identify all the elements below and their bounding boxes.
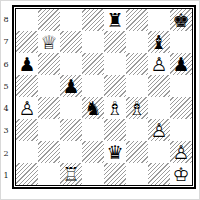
square-c5[interactable]: ♟ xyxy=(60,75,82,97)
square-c3[interactable] xyxy=(60,119,82,141)
piece-outline: ♗ xyxy=(128,99,145,118)
square-f1[interactable] xyxy=(126,163,148,185)
square-g3[interactable]: ♟♙ xyxy=(148,119,170,141)
square-f4[interactable]: ♝♗ xyxy=(126,97,148,119)
square-b5[interactable] xyxy=(38,75,60,97)
black-knight-d4: ♞ xyxy=(82,97,104,119)
square-g4[interactable] xyxy=(148,97,170,119)
piece-outline: ♖ xyxy=(62,165,79,184)
square-h4[interactable] xyxy=(170,97,192,119)
white-rook-c1: ♜♖ xyxy=(60,163,82,185)
piece-outline: ♔ xyxy=(172,165,189,184)
piece-outline: ♕ xyxy=(40,33,57,52)
square-c7[interactable] xyxy=(60,31,82,53)
square-d6[interactable] xyxy=(82,53,104,75)
white-pawn-h2: ♟♙ xyxy=(170,141,192,163)
square-b2[interactable] xyxy=(38,141,60,163)
square-d7[interactable] xyxy=(82,31,104,53)
piece-outline: ♗ xyxy=(106,99,123,118)
piece-outline: ♙ xyxy=(150,55,167,74)
rank-label-8: 8 xyxy=(1,9,11,31)
square-d4[interactable]: ♞ xyxy=(82,97,104,119)
square-f3[interactable] xyxy=(126,119,148,141)
square-d3[interactable] xyxy=(82,119,104,141)
square-d8[interactable] xyxy=(82,9,104,31)
rank-label-1: 1 xyxy=(1,165,11,187)
square-e7[interactable] xyxy=(104,31,126,53)
square-h3[interactable] xyxy=(170,119,192,141)
square-e1[interactable] xyxy=(104,163,126,185)
rank-labels: 87654321 xyxy=(1,9,11,187)
square-a5[interactable] xyxy=(16,75,38,97)
square-e4[interactable]: ♝♗ xyxy=(104,97,126,119)
rank-label-3: 3 xyxy=(1,120,11,142)
rank-label-5: 5 xyxy=(1,76,11,98)
square-b3[interactable] xyxy=(38,119,60,141)
square-d1[interactable] xyxy=(82,163,104,185)
square-f2[interactable] xyxy=(126,141,148,163)
square-b1[interactable] xyxy=(38,163,60,185)
square-g1[interactable] xyxy=(148,163,170,185)
white-pawn-g3: ♟♙ xyxy=(148,119,170,141)
square-g6[interactable]: ♟♙ xyxy=(148,53,170,75)
square-a7[interactable] xyxy=(16,31,38,53)
square-f5[interactable] xyxy=(126,75,148,97)
square-e5[interactable] xyxy=(104,75,126,97)
square-a1[interactable] xyxy=(16,163,38,185)
square-c4[interactable] xyxy=(60,97,82,119)
white-bishop-e4: ♝♗ xyxy=(104,97,126,119)
square-f7[interactable] xyxy=(126,31,148,53)
square-c1[interactable]: ♜♖ xyxy=(60,163,82,185)
white-king-h1: ♚♔ xyxy=(170,163,192,185)
square-g5[interactable] xyxy=(148,75,170,97)
square-c2[interactable] xyxy=(60,141,82,163)
square-e6[interactable] xyxy=(104,53,126,75)
square-g2[interactable] xyxy=(148,141,170,163)
square-h7[interactable] xyxy=(170,31,192,53)
chess-board: ♜♚♛♕♝♟♟♙♟♟♟♙♞♝♗♝♗♟♙♛♟♙♜♖♚♔ xyxy=(15,8,193,186)
white-queen-b7: ♛♕ xyxy=(38,31,60,53)
square-g8[interactable] xyxy=(148,9,170,31)
rank-label-7: 7 xyxy=(1,31,11,53)
square-h1[interactable]: ♚♔ xyxy=(170,163,192,185)
rank-label-2: 2 xyxy=(1,143,11,165)
square-f6[interactable] xyxy=(126,53,148,75)
square-h8[interactable]: ♚ xyxy=(170,9,192,31)
black-bishop-g7: ♝ xyxy=(148,31,170,53)
square-a6[interactable]: ♟ xyxy=(16,53,38,75)
square-e8[interactable]: ♜ xyxy=(104,9,126,31)
piece-outline: ♙ xyxy=(150,121,167,140)
black-king-h8: ♚ xyxy=(170,9,192,31)
black-rook-e8: ♜ xyxy=(104,9,126,31)
square-b8[interactable] xyxy=(38,9,60,31)
piece-outline: ♙ xyxy=(172,143,189,162)
square-a8[interactable] xyxy=(16,9,38,31)
square-d2[interactable] xyxy=(82,141,104,163)
white-pawn-g6: ♟♙ xyxy=(148,53,170,75)
square-c8[interactable] xyxy=(60,9,82,31)
square-a3[interactable] xyxy=(16,119,38,141)
black-pawn-c5: ♟ xyxy=(60,75,82,97)
black-queen-e2: ♛ xyxy=(104,141,126,163)
square-h5[interactable] xyxy=(170,75,192,97)
square-e3[interactable] xyxy=(104,119,126,141)
square-b7[interactable]: ♛♕ xyxy=(38,31,60,53)
square-a4[interactable]: ♟♙ xyxy=(16,97,38,119)
rank-label-6: 6 xyxy=(1,54,11,76)
square-h2[interactable]: ♟♙ xyxy=(170,141,192,163)
square-h6[interactable]: ♟ xyxy=(170,53,192,75)
black-pawn-a6: ♟ xyxy=(16,53,38,75)
chess-diagram: 87654321 ♜♚♛♕♝♟♟♙♟♟♟♙♞♝♗♝♗♟♙♛♟♙♜♖♚♔ xyxy=(0,0,200,200)
piece-outline: ♙ xyxy=(18,99,35,118)
square-f8[interactable] xyxy=(126,9,148,31)
white-bishop-f4: ♝♗ xyxy=(126,97,148,119)
rank-label-4: 4 xyxy=(1,98,11,120)
square-e2[interactable]: ♛ xyxy=(104,141,126,163)
square-b4[interactable] xyxy=(38,97,60,119)
square-d5[interactable] xyxy=(82,75,104,97)
square-g7[interactable]: ♝ xyxy=(148,31,170,53)
square-a2[interactable] xyxy=(16,141,38,163)
white-pawn-a4: ♟♙ xyxy=(16,97,38,119)
black-pawn-h6: ♟ xyxy=(170,53,192,75)
square-b6[interactable] xyxy=(38,53,60,75)
square-c6[interactable] xyxy=(60,53,82,75)
